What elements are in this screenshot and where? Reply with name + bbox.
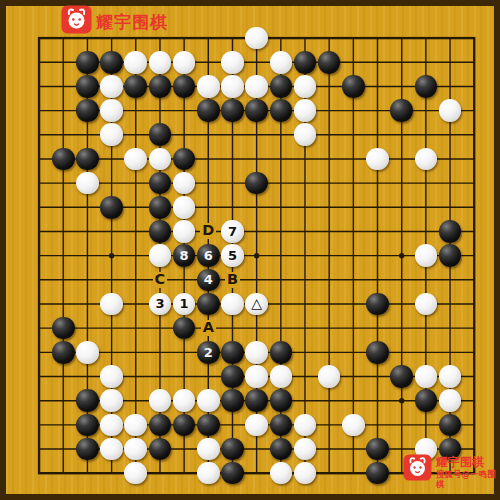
white-stone (245, 365, 268, 388)
white-stone (100, 365, 123, 388)
point-label-c: C (153, 272, 168, 288)
white-stone (245, 341, 268, 364)
white-stone (245, 75, 268, 98)
black-stone (318, 51, 341, 74)
black-stone (245, 99, 268, 122)
white-stone (439, 389, 462, 412)
white-stone (149, 244, 172, 267)
black-stone (245, 389, 268, 412)
black-stone (221, 462, 244, 485)
white-stone: △ (245, 293, 268, 316)
black-stone (76, 75, 99, 98)
black-stone (270, 341, 293, 364)
white-stone (245, 27, 268, 50)
black-stone (149, 220, 172, 243)
black-stone (221, 389, 244, 412)
black-stone (390, 99, 413, 122)
white-stone (270, 51, 293, 74)
white-stone (173, 196, 196, 219)
black-stone (270, 389, 293, 412)
black-stone (76, 438, 99, 461)
white-stone (173, 51, 196, 74)
white-stone (294, 75, 317, 98)
white-stone (294, 99, 317, 122)
white-stone (197, 75, 220, 98)
move-number-label: 3 (149, 293, 172, 316)
black-stone (76, 99, 99, 122)
go-board-frame: 7865431△2ABCD (0, 0, 500, 500)
black-stone (221, 99, 244, 122)
white-stone (100, 99, 123, 122)
black-stone (366, 293, 389, 316)
white-stone (100, 389, 123, 412)
white-stone (221, 75, 244, 98)
white-stone: 7 (221, 220, 244, 243)
goat-logo-icon (403, 454, 432, 481)
black-stone (366, 341, 389, 364)
move-number-label: 4 (197, 269, 220, 292)
black-stone (149, 196, 172, 219)
black-stone (415, 389, 438, 412)
white-stone: 1 (173, 293, 196, 316)
white-stone: 3 (149, 293, 172, 316)
black-stone (221, 438, 244, 461)
white-stone: 5 (221, 244, 244, 267)
white-stone (149, 389, 172, 412)
goat-logo-icon (61, 5, 92, 34)
black-stone (270, 414, 293, 437)
white-stone (439, 99, 462, 122)
black-stone (439, 244, 462, 267)
triangle-marker: △ (245, 293, 268, 316)
white-stone (197, 438, 220, 461)
black-stone (366, 438, 389, 461)
white-stone (366, 148, 389, 171)
white-stone (76, 172, 99, 195)
white-stone (100, 293, 123, 316)
black-stone: 2 (197, 341, 220, 364)
point-label-a: A (201, 320, 216, 336)
black-stone (76, 148, 99, 171)
black-stone (366, 462, 389, 485)
black-stone: 6 (197, 244, 220, 267)
go-diagram: 7865431△2ABCD 耀宇围棋 耀宇围棋 搜狐号@一鸣围棋 (0, 0, 500, 500)
black-stone (173, 75, 196, 98)
white-stone (149, 51, 172, 74)
black-stone (294, 51, 317, 74)
white-stone (76, 341, 99, 364)
move-number-label: 6 (197, 244, 220, 267)
black-stone (342, 75, 365, 98)
black-stone (221, 341, 244, 364)
black-stone (149, 75, 172, 98)
white-stone (221, 293, 244, 316)
watermark-bottom-right: 耀宇围棋 搜狐号@一鸣围棋 (403, 454, 500, 489)
white-stone (270, 365, 293, 388)
white-stone (415, 244, 438, 267)
black-stone (270, 99, 293, 122)
white-stone (318, 365, 341, 388)
white-stone (221, 51, 244, 74)
black-stone (439, 220, 462, 243)
black-stone (149, 123, 172, 146)
black-stone (415, 75, 438, 98)
move-number-label: 7 (221, 220, 244, 243)
white-stone (100, 438, 123, 461)
black-stone (100, 51, 123, 74)
black-stone (221, 365, 244, 388)
white-stone (245, 414, 268, 437)
black-stone (76, 414, 99, 437)
black-stone (52, 148, 75, 171)
white-stone (439, 365, 462, 388)
white-stone (100, 75, 123, 98)
black-stone (197, 293, 220, 316)
move-number-label: 8 (173, 244, 196, 267)
white-stone (124, 414, 147, 437)
black-stone (197, 99, 220, 122)
white-stone (124, 51, 147, 74)
black-stone (52, 341, 75, 364)
white-stone (197, 462, 220, 485)
point-label-d: D (200, 223, 216, 239)
white-stone (100, 414, 123, 437)
white-stone (342, 414, 365, 437)
move-number-label: 1 (173, 293, 196, 316)
black-stone (100, 196, 123, 219)
point-label-b: B (225, 272, 240, 288)
black-stone (76, 51, 99, 74)
black-stone: 4 (197, 269, 220, 292)
black-stone (124, 75, 147, 98)
black-stone (390, 365, 413, 388)
black-stone (270, 75, 293, 98)
white-stone (100, 123, 123, 146)
move-number-label: 2 (197, 341, 220, 364)
black-stone (197, 414, 220, 437)
white-stone (124, 148, 147, 171)
white-stone (173, 220, 196, 243)
go-board: 7865431△2ABCD (27, 26, 486, 485)
watermark-top-left: 耀宇围棋 (61, 5, 168, 34)
brand-text: 耀宇围棋 (436, 455, 484, 469)
black-stone: 8 (173, 244, 196, 267)
white-stone (415, 365, 438, 388)
move-number-label: 5 (221, 244, 244, 267)
white-stone (197, 389, 220, 412)
brand-text: 耀宇围棋 (96, 11, 168, 34)
black-stone (76, 389, 99, 412)
black-stone (52, 317, 75, 340)
account-text: 搜狐号@一鸣围棋 (436, 470, 500, 490)
